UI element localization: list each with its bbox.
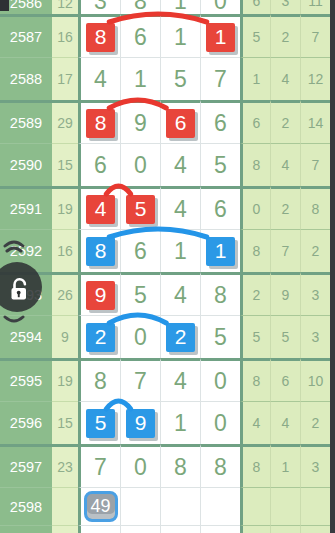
screen-right-edge: [330, 0, 335, 533]
digit-cell-label: 1: [174, 24, 187, 51]
digit-cell-label: 1: [174, 410, 187, 437]
digit-cell-label: 8: [214, 282, 227, 309]
stat-cell: 4: [270, 401, 300, 444]
digit-cell-label: 8: [214, 454, 227, 481]
stat-cell-label: 2: [282, 115, 290, 131]
stat-cell: 9: [270, 272, 300, 315]
blue-highlight-cell: 2: [86, 323, 115, 352]
stat-cell: 2: [270, 100, 300, 143]
digit-cell: 9: [120, 401, 160, 444]
sum-value-label: 15: [57, 415, 73, 431]
table-row-2596: 2596155910442: [0, 401, 330, 444]
digit-cell-label: 5: [214, 324, 227, 351]
digit-cell: 0: [200, 0, 240, 14]
digit-cell-label: 0: [214, 368, 227, 395]
digit-cell-label: 8: [174, 454, 187, 481]
stat-cell: 5: [270, 315, 300, 358]
digit-cell-label: 6: [94, 152, 107, 179]
digit-cell: 6: [200, 186, 240, 229]
digit-cell: 4: [160, 143, 200, 186]
digit-cell: 0: [120, 315, 160, 358]
red-highlight-cell: 8: [86, 23, 115, 52]
digit-cell: 5: [160, 57, 200, 100]
stat-cell: 7: [270, 229, 300, 272]
issue-number: 2596: [0, 401, 52, 444]
digit-cell: 8: [200, 272, 240, 315]
stat-cell-label: 3: [312, 459, 320, 475]
stat-cell-label: 7: [312, 29, 320, 45]
stat-cell-label: 2: [312, 243, 320, 259]
digit-cell-label: 9: [134, 110, 147, 137]
digit-cell: 49: [78, 487, 120, 525]
stat-cell-label: 6: [253, 0, 261, 9]
digit-cell: 6: [78, 143, 120, 186]
digit-cell-label: 0: [134, 324, 147, 351]
digit-cell: 6: [160, 100, 200, 143]
stat-cell-label: 3: [312, 329, 320, 345]
issue-number-label: 2595: [10, 373, 42, 389]
digit-cell: 6: [200, 100, 240, 143]
red-highlight-cell: 6: [166, 109, 195, 138]
sum-value: 17: [52, 57, 78, 100]
stat-cell-label: 1: [282, 459, 290, 475]
stat-cell: 3: [270, 0, 300, 14]
table-row-2598: 259849: [0, 487, 330, 525]
digit-cell-label: 5: [214, 152, 227, 179]
screen-corner-notch: [0, 0, 9, 11]
lottery-trend-chart-screen: 2586123810631125871686115272588174157141…: [0, 0, 335, 533]
digit-cell-label: 0: [134, 152, 147, 179]
digit-cell: 8: [78, 100, 120, 143]
sum-value: 9: [52, 315, 78, 358]
digit-cell: 1: [160, 401, 200, 444]
issue-number-label: 2597: [10, 459, 42, 475]
table-row-2591: 2591194546028: [0, 186, 330, 229]
digit-cell-label: 0: [214, 0, 227, 15]
digit-cell: 8: [120, 0, 160, 14]
digit-cell-label: 1: [134, 66, 147, 93]
table-row-2592: 2592168611872: [0, 229, 330, 272]
digit-cell: 0: [120, 444, 160, 487]
stat-cell-label: 10: [308, 373, 324, 389]
stat-cell-label: 4: [282, 71, 290, 87]
stat-cell: 8: [240, 143, 270, 186]
stat-cell-label: 4: [282, 157, 290, 173]
sum-value: 12: [52, 0, 78, 14]
digit-cell: 8: [78, 14, 120, 57]
sum-value: 23: [52, 444, 78, 487]
stat-cell: 8: [240, 229, 270, 272]
digit-cell: [120, 487, 160, 525]
digit-cell-label: 6: [134, 238, 147, 265]
digit-cell-label: 4: [94, 66, 107, 93]
digit-cell: 6: [120, 229, 160, 272]
stat-cell: 4: [270, 57, 300, 100]
stat-cell-label: 8: [253, 373, 261, 389]
stat-cell: 8: [240, 444, 270, 487]
blue-highlight-cell: 5: [86, 409, 115, 438]
stat-cell: 2: [300, 401, 330, 444]
digit-cell: 4: [160, 186, 200, 229]
stat-cell-label: 8: [253, 157, 261, 173]
stat-cell-label: 12: [308, 71, 324, 87]
table-row-2586: 25861238106311: [0, 0, 330, 14]
digit-cell: 8: [160, 444, 200, 487]
issue-number: 2591: [0, 186, 52, 229]
table-row: [0, 525, 330, 533]
stat-cell: 5: [240, 14, 270, 57]
stat-cell: 11: [300, 0, 330, 14]
digit-cell: 2: [160, 315, 200, 358]
stat-cell-label: 6: [282, 373, 290, 389]
issue-number-label: 2591: [10, 201, 42, 217]
sum-value-label: 16: [57, 243, 73, 259]
stat-cell: 7: [300, 14, 330, 57]
digit-cell: 8: [78, 358, 120, 401]
digit-cell: 0: [200, 358, 240, 401]
pending-draw-button[interactable]: 49: [84, 491, 118, 522]
stat-cell-label: 4: [253, 415, 261, 431]
stat-cell: 2: [270, 14, 300, 57]
sum-value-label: 16: [57, 29, 73, 45]
blue-highlight-cell: 1: [206, 237, 235, 266]
digit-cell-label: 0: [214, 410, 227, 437]
digit-cell-label: 4: [174, 282, 187, 309]
stat-cell-label: 9: [282, 287, 290, 303]
stat-cell-label: 2: [282, 201, 290, 217]
digit-cell: 9: [120, 100, 160, 143]
stat-cell: 3: [300, 315, 330, 358]
stat-cell-label: 8: [253, 243, 261, 259]
stat-cell-label: 14: [308, 115, 324, 131]
digit-cell: 4: [160, 358, 200, 401]
digit-cell: 4: [160, 272, 200, 315]
sum-value: 29: [52, 100, 78, 143]
stat-cell: 7: [300, 143, 330, 186]
red-highlight-cell: 1: [206, 23, 235, 52]
stat-cell: 3: [300, 444, 330, 487]
digit-cell: 0: [120, 143, 160, 186]
stat-cell: 4: [240, 401, 270, 444]
stat-cell: 2: [240, 272, 270, 315]
stat-cell-label: 7: [312, 157, 320, 173]
stat-cell: 6: [240, 0, 270, 14]
stat-cell: 8: [240, 358, 270, 401]
digit-cell: 2: [78, 315, 120, 358]
sum-value-label: 26: [57, 287, 73, 303]
digit-cell-label: 8: [94, 368, 107, 395]
digit-cell: 7: [200, 57, 240, 100]
stat-cell-label: 2: [282, 29, 290, 45]
digit-cell: [78, 525, 120, 533]
stat-cell: 8: [300, 186, 330, 229]
table-row-2594: 259492025553: [0, 315, 330, 358]
chevron-up-icon[interactable]: [2, 238, 26, 253]
digit-cell-label: 6: [214, 110, 227, 137]
sum-value-label: 29: [57, 115, 73, 131]
sum-value-label: 23: [57, 459, 73, 475]
issue-number-label: 2587: [10, 29, 42, 45]
chart-rows[interactable]: 2586123810631125871686115272588174157141…: [0, 0, 330, 533]
issue-number-label: 2586: [10, 0, 42, 11]
unlock-icon: [7, 276, 33, 304]
stat-cell-label: 5: [253, 29, 261, 45]
table-row-2587: 2587168611527: [0, 14, 330, 57]
digit-cell-label: 0: [134, 454, 147, 481]
digit-cell: 4: [78, 186, 120, 229]
issue-number-label: 2590: [10, 157, 42, 173]
issue-number: 2598: [0, 487, 52, 525]
digit-cell: 7: [78, 444, 120, 487]
digit-cell: [200, 525, 240, 533]
issue-number: 2590: [0, 143, 52, 186]
sum-value: 16: [52, 229, 78, 272]
digit-cell: 5: [200, 315, 240, 358]
digit-cell: 5: [78, 401, 120, 444]
sum-value: 19: [52, 186, 78, 229]
digit-cell: 1: [120, 57, 160, 100]
digit-cell: 6: [120, 14, 160, 57]
stat-cell: [270, 525, 300, 533]
digit-cell-label: 1: [174, 0, 187, 15]
digit-cell: 9: [78, 272, 120, 315]
digit-cell-label: 8: [134, 0, 147, 15]
stat-cell-label: 2: [312, 415, 320, 431]
stat-cell: 3: [300, 272, 330, 315]
issue-number: 2588: [0, 57, 52, 100]
digit-cell-label: 3: [94, 0, 107, 15]
issue-number-label: 2588: [10, 71, 42, 87]
stat-cell-label: 11: [308, 0, 323, 9]
table-row-2597: 2597237088813: [0, 444, 330, 487]
digit-cell-label: 6: [134, 24, 147, 51]
digit-cell-label: 5: [174, 66, 187, 93]
stat-cell-label: 0: [253, 201, 261, 217]
sum-value: 16: [52, 14, 78, 57]
sum-value-label: 9: [61, 329, 69, 345]
stat-cell-label: 2: [253, 287, 261, 303]
stat-cell: 14: [300, 100, 330, 143]
sum-value-label: 17: [57, 71, 73, 87]
digit-cell: 1: [200, 14, 240, 57]
stat-cell: 0: [240, 186, 270, 229]
sum-value-label: 19: [57, 373, 73, 389]
stat-cell-label: 8: [253, 459, 261, 475]
sum-value: 26: [52, 272, 78, 315]
digit-cell-label: 7: [94, 454, 107, 481]
stat-cell: 1: [270, 444, 300, 487]
stat-cell: 2: [270, 186, 300, 229]
stat-cell: [240, 525, 270, 533]
digit-cell-label: 4: [174, 152, 187, 179]
digit-cell-label: 4: [174, 196, 187, 223]
red-highlight-cell: 5: [126, 195, 155, 224]
sum-value: 15: [52, 401, 78, 444]
sum-value-label: 12: [57, 0, 73, 11]
blue-highlight-cell: 2: [166, 323, 195, 352]
stat-cell: 1: [240, 57, 270, 100]
stat-cell-label: 5: [282, 329, 290, 345]
table-row-2593: 2593269548293: [0, 272, 330, 315]
digit-cell: 5: [200, 143, 240, 186]
digit-cell: 1: [160, 14, 200, 57]
table-row-2589: 25892989666214: [0, 100, 330, 143]
digit-cell-label: 5: [134, 282, 147, 309]
red-highlight-cell: 4: [86, 195, 115, 224]
stat-cell: [240, 487, 270, 525]
stat-cell-label: 7: [282, 243, 290, 259]
issue-number: 2595: [0, 358, 52, 401]
digit-cell-label: 7: [134, 368, 147, 395]
digit-cell: 5: [120, 186, 160, 229]
digit-cell: [120, 525, 160, 533]
table-row-2595: 25951987408610: [0, 358, 330, 401]
digit-cell: [160, 487, 200, 525]
red-highlight-cell: 9: [86, 281, 115, 310]
sum-value: 19: [52, 358, 78, 401]
issue-number: 2589: [0, 100, 52, 143]
stat-cell-label: 3: [282, 0, 290, 9]
issue-number: 2587: [0, 14, 52, 57]
digit-cell: 1: [160, 229, 200, 272]
issue-number-label: 2589: [10, 115, 42, 131]
chevron-down-icon[interactable]: [2, 314, 26, 327]
digit-cell: 0: [200, 401, 240, 444]
issue-number-label: 2596: [10, 415, 42, 431]
sum-value-label: 15: [57, 157, 73, 173]
stat-cell: 12: [300, 57, 330, 100]
digit-cell: 4: [78, 57, 120, 100]
digit-cell: 7: [120, 358, 160, 401]
stat-cell: 2: [300, 229, 330, 272]
stat-cell: 6: [240, 100, 270, 143]
digit-cell-label: 4: [174, 368, 187, 395]
issue-number-label: 2598: [10, 499, 42, 515]
sum-value: [52, 487, 78, 525]
stat-cell: 6: [270, 358, 300, 401]
digit-cell: [160, 525, 200, 533]
stat-cell-label: 8: [312, 201, 320, 217]
digit-cell: 8: [200, 444, 240, 487]
sum-value-label: 19: [57, 201, 73, 217]
digit-cell-label: 7: [214, 66, 227, 93]
table-row-2590: 2590156045847: [0, 143, 330, 186]
red-highlight-cell: 8: [86, 109, 115, 138]
blue-highlight-cell: 9: [126, 409, 155, 438]
digit-cell-label: 1: [174, 238, 187, 265]
blue-highlight-cell: 8: [86, 237, 115, 266]
digit-cell-label: 6: [214, 196, 227, 223]
digit-cell: 1: [200, 229, 240, 272]
stat-cell: [300, 525, 330, 533]
stat-cell: 4: [270, 143, 300, 186]
stat-cell: [270, 487, 300, 525]
sum-value: 15: [52, 143, 78, 186]
table-row-2588: 25881741571412: [0, 57, 330, 100]
digit-cell: 8: [78, 229, 120, 272]
stat-cell: [300, 487, 330, 525]
issue-number: [0, 525, 52, 533]
digit-cell: 1: [160, 0, 200, 14]
stat-cell: 5: [240, 315, 270, 358]
stat-cell-label: 3: [312, 287, 320, 303]
digit-cell: 3: [78, 0, 120, 14]
stat-cell-label: 5: [253, 329, 261, 345]
stat-cell: 10: [300, 358, 330, 401]
sum-value: [52, 525, 78, 533]
digit-cell: 5: [120, 272, 160, 315]
stat-cell-label: 1: [253, 71, 261, 87]
stat-cell-label: 6: [253, 115, 261, 131]
digit-cell: [200, 487, 240, 525]
stat-cell-label: 4: [282, 415, 290, 431]
issue-number: 2597: [0, 444, 52, 487]
issue-number-label: 2594: [10, 329, 42, 345]
